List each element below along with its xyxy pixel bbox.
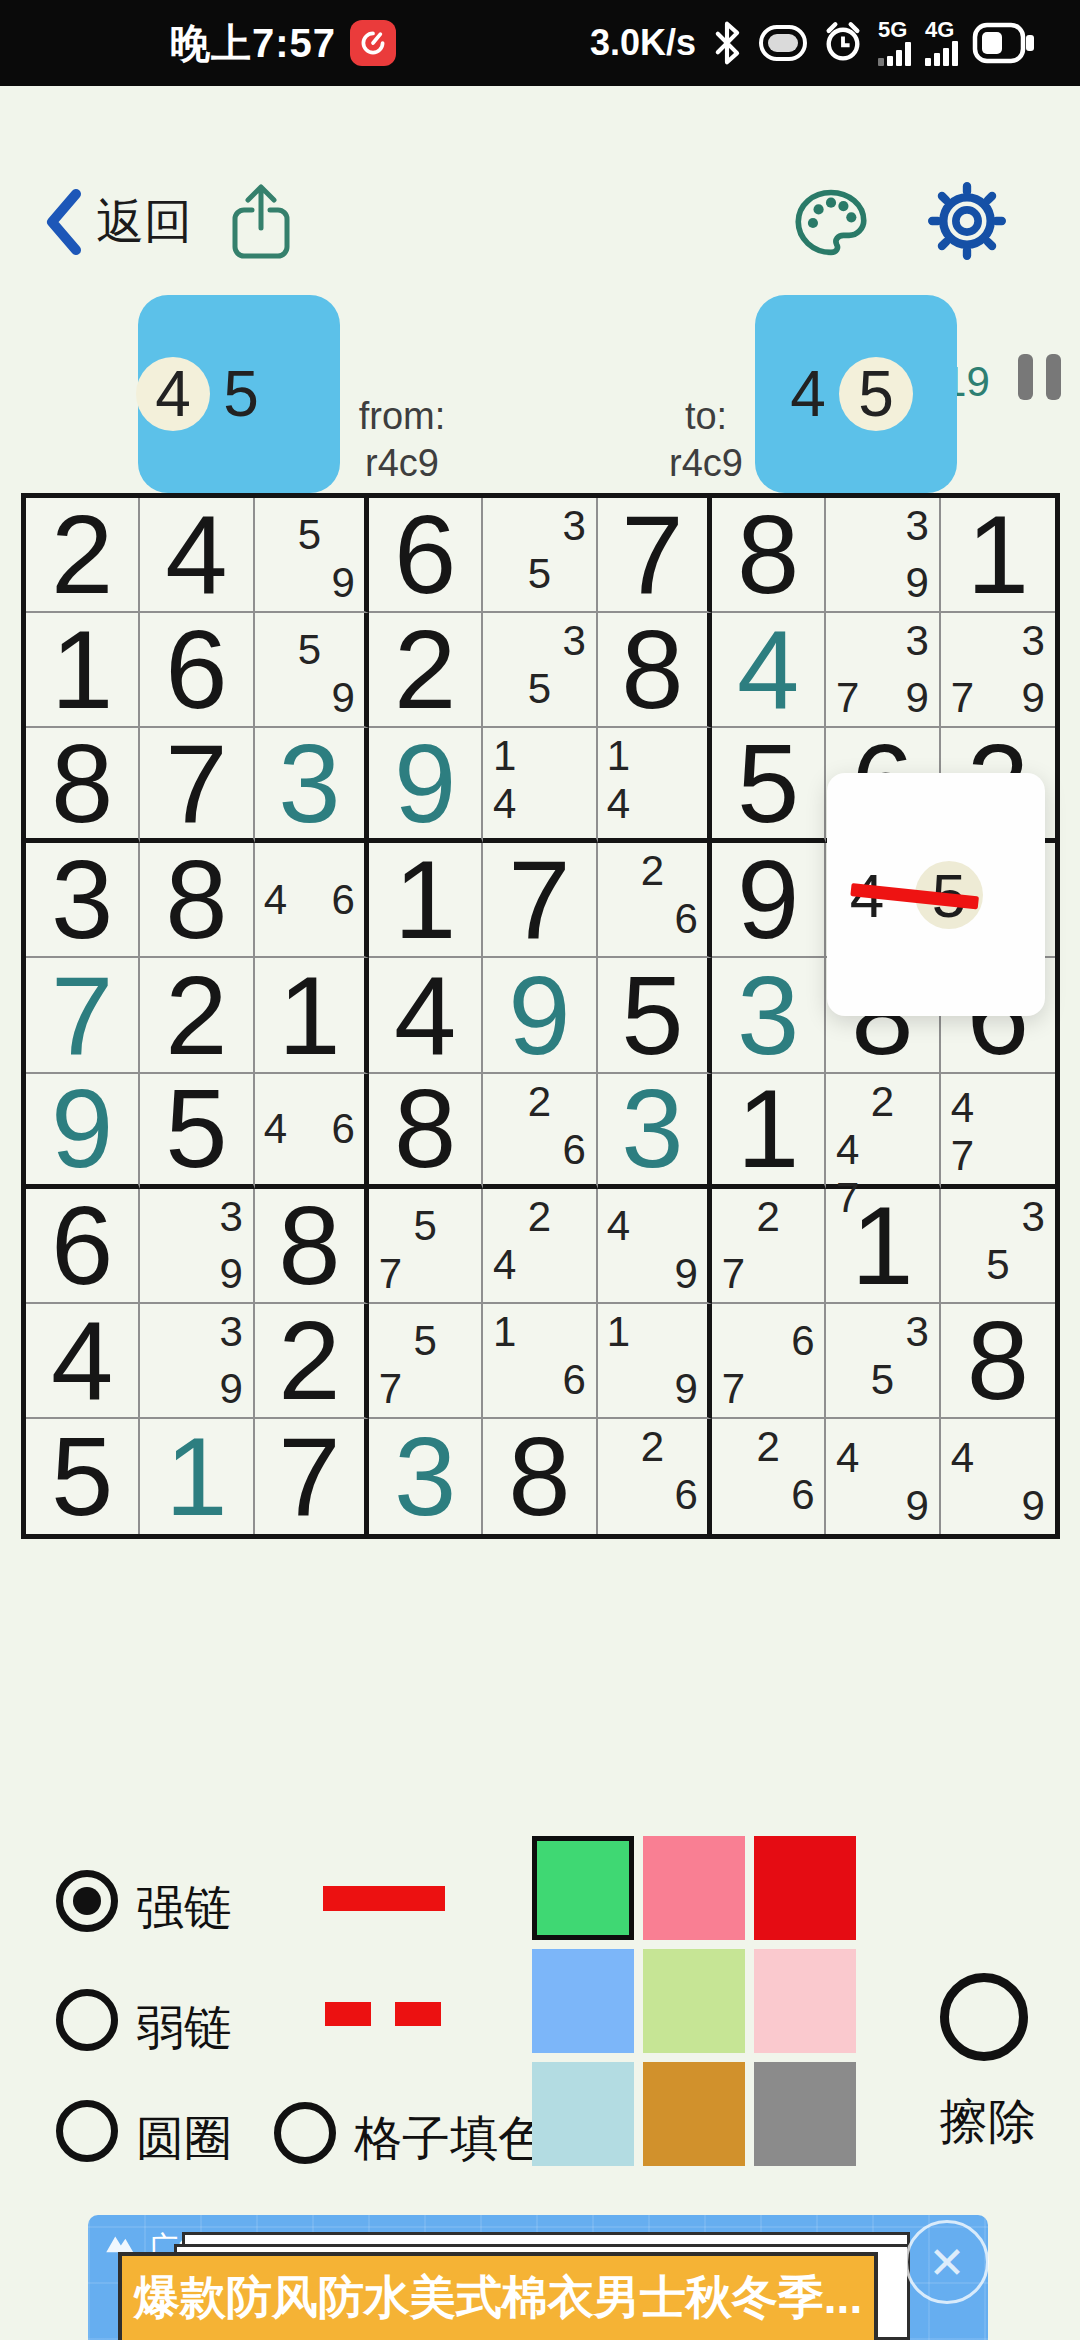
pencil-r1c8-3: 3 xyxy=(900,502,935,550)
cell-r7c3[interactable]: 8 xyxy=(255,1189,369,1304)
cell-r8c2[interactable]: 39 xyxy=(140,1304,254,1419)
pencil-marks-r9c8: 49 xyxy=(828,1421,936,1532)
cell-r7c2[interactable]: 39 xyxy=(140,1189,254,1304)
cell-r3c4[interactable]: 9 xyxy=(369,728,483,843)
pencil-marks-r7c7: 27 xyxy=(714,1191,822,1300)
pencil-r2c8-9: 9 xyxy=(900,674,935,722)
pause-bar-icon xyxy=(1018,354,1033,400)
color-swatch-4[interactable] xyxy=(532,1949,634,2053)
cell-r4c2[interactable]: 8 xyxy=(140,843,254,958)
pencil-marks-r7c6: 49 xyxy=(600,1191,705,1300)
digit-r9c1: 5 xyxy=(26,1419,138,1534)
color-swatch-5[interactable] xyxy=(643,1949,745,2053)
music-note-icon xyxy=(356,26,390,60)
digit-r3c4: 9 xyxy=(369,728,481,838)
palette-icon xyxy=(793,188,869,258)
cell-r5c6[interactable]: 5 xyxy=(598,958,712,1073)
radio-circle[interactable] xyxy=(56,2100,118,2162)
pencil-r3c6-1: 1 xyxy=(602,732,636,780)
ad-banner[interactable]: 广告 爆款防风防水美式棉衣男士秋冬季... ✕ xyxy=(88,2215,988,2340)
back-button[interactable]: 返回 xyxy=(42,188,192,256)
pencil-r2c8-7: 7 xyxy=(830,674,865,722)
cell-r9c4[interactable]: 3 xyxy=(369,1419,483,1534)
color-palette xyxy=(532,1836,856,2166)
cell-r2c6[interactable]: 8 xyxy=(598,613,712,728)
palette-button[interactable] xyxy=(793,188,869,262)
pencil-r1c5-5: 5 xyxy=(522,550,557,598)
pencil-marks-r7c2: 39 xyxy=(142,1191,250,1300)
cell-r4c5[interactable]: 7 xyxy=(483,843,597,958)
signal-5g: 5G xyxy=(878,20,911,66)
pencil-r8c5-6: 6 xyxy=(557,1356,592,1404)
cell-r8c1[interactable]: 4 xyxy=(26,1304,140,1419)
pencil-r7c5-4: 4 xyxy=(487,1241,522,1289)
pencil-r6c3-4: 4 xyxy=(259,1105,293,1153)
pencil-r2c3-9: 9 xyxy=(326,674,360,722)
gear-icon xyxy=(928,182,1006,260)
pencil-r8c8-5: 5 xyxy=(865,1356,900,1404)
digit-r1c4: 6 xyxy=(369,498,481,611)
pencil-r1c3-5: 5 xyxy=(292,511,326,559)
cell-r6c3[interactable]: 46 xyxy=(255,1074,369,1189)
pencil-r4c6-6: 6 xyxy=(669,895,703,943)
pencil-r2c3-5: 5 xyxy=(292,626,326,674)
cell-r9c3[interactable]: 7 xyxy=(255,1419,369,1534)
digit-r6c1: 9 xyxy=(26,1074,138,1184)
cell-r8c6[interactable]: 19 xyxy=(598,1304,712,1419)
cell-r4c1[interactable]: 3 xyxy=(26,843,140,958)
erase-label: 擦除 xyxy=(940,2090,1036,2154)
cell-r1c8[interactable]: 39 xyxy=(826,498,940,613)
cell-r3c1[interactable]: 8 xyxy=(26,728,140,843)
cell-r1c5[interactable]: 35 xyxy=(483,498,597,613)
pencil-marks-r7c4: 57 xyxy=(371,1191,479,1300)
pencil-r2c9-7: 7 xyxy=(945,674,980,722)
pencil-marks-r8c2: 39 xyxy=(142,1306,250,1415)
digit-r8c1: 4 xyxy=(26,1304,138,1417)
cell-r9c8[interactable]: 49 xyxy=(826,1419,940,1534)
cell-r8c7[interactable]: 67 xyxy=(712,1304,826,1419)
share-icon xyxy=(228,182,294,262)
cell-r3c5[interactable]: 14 xyxy=(483,728,597,843)
pencil-r6c9-4: 4 xyxy=(945,1084,980,1132)
pencil-r8c6-1: 1 xyxy=(602,1308,636,1356)
pencil-r3c5-4: 4 xyxy=(487,780,522,828)
pencil-r6c9-7: 7 xyxy=(945,1132,980,1180)
share-button[interactable] xyxy=(228,182,294,266)
app-screen: 晚上7:57 3.0K/s 5G xyxy=(0,0,1080,2340)
pencil-r7c4-7: 7 xyxy=(373,1250,408,1298)
digit-r3c1: 8 xyxy=(26,728,138,838)
pencil-r1c8-9: 9 xyxy=(900,559,935,607)
pencil-r8c6-9: 9 xyxy=(669,1365,703,1413)
cell-r7c7[interactable]: 27 xyxy=(712,1189,826,1304)
battery-icon xyxy=(972,20,1036,66)
color-swatch-1[interactable] xyxy=(532,1836,634,1940)
digit-r2c4: 2 xyxy=(369,613,481,726)
pencil-marks-r6c5: 26 xyxy=(485,1076,593,1182)
pencil-r2c5-3: 3 xyxy=(557,617,592,665)
pencil-r7c6-4: 4 xyxy=(602,1202,636,1250)
circle-label: 圆圈 xyxy=(136,2107,232,2171)
color-swatch-8[interactable] xyxy=(643,2062,745,2166)
digit-r6c7: 1 xyxy=(712,1074,824,1184)
pencil-r8c7-6: 6 xyxy=(786,1317,821,1365)
digit-r4c5: 7 xyxy=(483,843,595,956)
pencil-r6c8-2: 2 xyxy=(865,1078,900,1126)
digit-r8c3: 2 xyxy=(255,1304,364,1417)
from-candidate-5: 5 xyxy=(204,357,278,431)
cell-r7c1[interactable]: 6 xyxy=(26,1189,140,1304)
cell-r4c6[interactable]: 26 xyxy=(598,843,712,958)
digit-r5c5: 9 xyxy=(483,958,595,1071)
pencil-r9c6-6: 6 xyxy=(669,1471,703,1519)
digit-r3c3: 3 xyxy=(255,728,364,838)
digit-r8c9: 8 xyxy=(941,1304,1055,1417)
pencil-r9c6-2: 2 xyxy=(635,1423,669,1471)
pencil-r7c4-5: 5 xyxy=(408,1202,443,1250)
cell-r1c7[interactable]: 8 xyxy=(712,498,826,613)
pencil-marks-r6c3: 46 xyxy=(257,1076,362,1182)
cell-r9c9[interactable]: 49 xyxy=(941,1419,1055,1534)
pencil-marks-r7c5: 24 xyxy=(485,1191,593,1300)
cell-r7c5[interactable]: 24 xyxy=(483,1189,597,1304)
digit-r2c2: 6 xyxy=(140,613,252,726)
pencil-r8c4-5: 5 xyxy=(408,1317,443,1365)
pencil-r4c3-4: 4 xyxy=(259,876,293,924)
to-candidate-4: 4 xyxy=(771,357,845,431)
music-app-icon xyxy=(350,20,396,66)
cell-r8c4[interactable]: 57 xyxy=(369,1304,483,1419)
network-speed: 3.0K/s xyxy=(590,22,696,64)
digit-r9c3: 7 xyxy=(255,1419,364,1534)
cell-r3c2[interactable]: 7 xyxy=(140,728,254,843)
digit-r3c2: 7 xyxy=(140,728,252,838)
cell-r6c7[interactable]: 1 xyxy=(712,1074,826,1189)
pencil-marks-r9c9: 49 xyxy=(943,1421,1053,1532)
pencil-marks-r8c8: 35 xyxy=(828,1306,936,1415)
link-to-cell-preview[interactable]: 4 5 xyxy=(755,295,957,493)
cell-r5c2[interactable]: 2 xyxy=(140,958,254,1073)
cell-r6c8[interactable]: 247 xyxy=(826,1074,940,1189)
pencil-r9c7-6: 6 xyxy=(786,1471,821,1519)
cell-r9c6[interactable]: 26 xyxy=(598,1419,712,1534)
pause-button[interactable] xyxy=(1018,354,1064,402)
cell-r3c3[interactable]: 3 xyxy=(255,728,369,843)
cell-r9c2[interactable]: 1 xyxy=(140,1419,254,1534)
digit-r5c2: 2 xyxy=(140,958,252,1071)
pencil-r4c3-6: 6 xyxy=(326,876,360,924)
weak-link-dash-icon xyxy=(395,2002,441,2026)
pencil-r8c2-9: 9 xyxy=(214,1365,249,1413)
pencil-marks-r8c4: 57 xyxy=(371,1306,479,1415)
cell-r8c8[interactable]: 35 xyxy=(826,1304,940,1419)
cell-r2c9[interactable]: 379 xyxy=(941,613,1055,728)
pencil-r1c3-9: 9 xyxy=(326,559,360,607)
pencil-r7c7-2: 2 xyxy=(751,1193,786,1241)
color-swatch-2[interactable] xyxy=(643,1836,745,1940)
digit-r1c6: 7 xyxy=(598,498,707,611)
cell-r3c7[interactable]: 5 xyxy=(712,728,826,843)
cell-r7c4[interactable]: 57 xyxy=(369,1189,483,1304)
cell-r9c1[interactable]: 5 xyxy=(26,1419,140,1534)
sudoku-board: 2459635783911659235843793798739141456238… xyxy=(21,493,1060,1539)
weak-link-dash-icon xyxy=(325,2002,371,2026)
cell-r6c4[interactable]: 8 xyxy=(369,1074,483,1189)
settings-button[interactable] xyxy=(928,182,1006,264)
digit-r7c8: 1 xyxy=(826,1189,938,1302)
cell-zoom-overlay: 4 5 xyxy=(827,773,1045,1016)
from-candidate-4: 4 xyxy=(136,357,210,431)
pencil-marks-r7c9: 35 xyxy=(943,1191,1053,1300)
strong-link-line-sample xyxy=(323,1886,445,1911)
cell-r1c2[interactable]: 4 xyxy=(140,498,254,613)
radio-strong-link[interactable] xyxy=(56,1870,118,1932)
digit-r9c4: 3 xyxy=(369,1419,481,1534)
erase-button[interactable] xyxy=(940,1973,1028,2061)
from-label: from: xyxy=(322,395,482,438)
pencil-r7c7-7: 7 xyxy=(716,1250,751,1298)
digit-r2c1: 1 xyxy=(26,613,138,726)
digit-r7c3: 8 xyxy=(255,1189,364,1302)
pencil-r3c5-1: 1 xyxy=(487,732,522,780)
color-swatch-3[interactable] xyxy=(754,1836,856,1940)
digit-r9c5: 8 xyxy=(483,1419,595,1534)
pencil-r8c2-3: 3 xyxy=(214,1308,249,1356)
digit-r2c7: 4 xyxy=(712,613,824,726)
digit-r6c2: 5 xyxy=(140,1074,252,1184)
pencil-r7c9-3: 3 xyxy=(1016,1193,1051,1241)
digit-r2c6: 8 xyxy=(598,613,707,726)
cell-r2c7[interactable]: 4 xyxy=(712,613,826,728)
pencil-r8c5-1: 1 xyxy=(487,1308,522,1356)
cell-r1c1[interactable]: 2 xyxy=(26,498,140,613)
pencil-r9c8-4: 4 xyxy=(830,1434,865,1482)
digit-r5c1: 7 xyxy=(26,958,138,1071)
pencil-r6c8-4: 4 xyxy=(830,1126,865,1174)
cell-r5c1[interactable]: 7 xyxy=(26,958,140,1073)
pencil-marks-r6c8: 247 xyxy=(828,1076,936,1182)
pencil-marks-r2c9: 379 xyxy=(943,615,1053,724)
signal-4g: 4G xyxy=(925,20,958,66)
status-bar: 晚上7:57 3.0K/s 5G xyxy=(0,0,1080,86)
digit-r5c3: 1 xyxy=(255,958,364,1071)
pencil-r6c3-6: 6 xyxy=(326,1105,360,1153)
back-chevron-icon xyxy=(42,188,84,256)
cell-r6c1[interactable]: 9 xyxy=(26,1074,140,1189)
cell-r5c4[interactable]: 4 xyxy=(369,958,483,1073)
pencil-marks-r8c6: 19 xyxy=(600,1306,705,1415)
pencil-r2c9-3: 3 xyxy=(1016,617,1051,665)
pencil-marks-r1c5: 35 xyxy=(485,500,593,609)
cell-r2c1[interactable]: 1 xyxy=(26,613,140,728)
pencil-marks-r8c7: 67 xyxy=(714,1306,822,1415)
digit-r6c6: 3 xyxy=(598,1074,707,1184)
bluetooth-icon xyxy=(710,20,744,66)
pencil-marks-r2c8: 379 xyxy=(828,615,936,724)
pencil-r7c9-5: 5 xyxy=(980,1241,1015,1289)
pencil-r9c9-9: 9 xyxy=(1016,1482,1051,1530)
pencil-r2c8-3: 3 xyxy=(900,617,935,665)
digit-r3c7: 5 xyxy=(712,728,824,838)
pencil-marks-r3c5: 14 xyxy=(485,730,593,836)
digit-r7c1: 6 xyxy=(26,1189,138,1302)
pencil-r9c8-9: 9 xyxy=(900,1482,935,1530)
ad-close-button[interactable]: ✕ xyxy=(905,2220,989,2304)
weak-link-label: 弱链 xyxy=(136,1996,232,2060)
cell-r2c5[interactable]: 35 xyxy=(483,613,597,728)
ad-headline: 爆款防风防水美式棉衣男士秋冬季... xyxy=(134,2267,862,2329)
link-from-cell-preview[interactable]: 4 5 xyxy=(138,295,340,493)
cell-r6c9[interactable]: 47 xyxy=(941,1074,1055,1189)
color-swatch-6[interactable] xyxy=(754,1949,856,2053)
pencil-marks-r9c6: 26 xyxy=(600,1421,705,1532)
digit-r1c1: 2 xyxy=(26,498,138,611)
radio-cell-fill[interactable] xyxy=(274,2102,336,2164)
cell-r8c9[interactable]: 8 xyxy=(941,1304,1055,1419)
cell-r3c6[interactable]: 14 xyxy=(598,728,712,843)
cell-r1c6[interactable]: 7 xyxy=(598,498,712,613)
digit-r6c4: 8 xyxy=(369,1074,481,1184)
pencil-r7c2-9: 9 xyxy=(214,1250,249,1298)
digit-r5c4: 4 xyxy=(369,958,481,1071)
cell-r7c8[interactable]: 1 xyxy=(826,1189,940,1304)
pencil-marks-r1c8: 39 xyxy=(828,500,936,609)
cell-r4c7[interactable]: 9 xyxy=(712,843,826,958)
digit-r1c9: 1 xyxy=(941,498,1055,611)
pencil-r7c5-2: 2 xyxy=(522,1193,557,1241)
pencil-marks-r3c6: 14 xyxy=(600,730,705,836)
pencil-marks-r2c3: 59 xyxy=(257,615,362,724)
cell-r9c5[interactable]: 8 xyxy=(483,1419,597,1534)
cell-r4c4[interactable]: 1 xyxy=(369,843,483,958)
cell-r6c6[interactable]: 3 xyxy=(598,1074,712,1189)
pause-bar-icon xyxy=(1046,354,1061,400)
cell-r8c3[interactable]: 2 xyxy=(255,1304,369,1419)
cell-r1c3[interactable]: 59 xyxy=(255,498,369,613)
digit-r4c1: 3 xyxy=(26,843,138,956)
pencil-r4c6-2: 2 xyxy=(635,847,669,895)
pencil-r2c5-5: 5 xyxy=(522,665,557,713)
pencil-r8c7-7: 7 xyxy=(716,1365,751,1413)
pencil-marks-r2c5: 35 xyxy=(485,615,593,724)
cell-r1c4[interactable]: 6 xyxy=(369,498,483,613)
pencil-r2c9-9: 9 xyxy=(1016,674,1051,722)
pencil-marks-r8c5: 16 xyxy=(485,1306,593,1415)
pencil-r8c4-7: 7 xyxy=(373,1365,408,1413)
cell-r7c9[interactable]: 35 xyxy=(941,1189,1055,1304)
cell-r2c4[interactable]: 2 xyxy=(369,613,483,728)
pencil-marks-r4c3: 46 xyxy=(257,845,362,954)
to-candidate-5: 5 xyxy=(839,357,913,431)
cell-r6c5[interactable]: 26 xyxy=(483,1074,597,1189)
digit-r9c2: 1 xyxy=(140,1419,252,1534)
cell-r7c6[interactable]: 49 xyxy=(598,1189,712,1304)
pencil-r1c5-3: 3 xyxy=(557,502,592,550)
pencil-r7c2-3: 3 xyxy=(214,1193,249,1241)
cell-r2c2[interactable]: 6 xyxy=(140,613,254,728)
pill-mode-icon xyxy=(758,24,808,62)
cell-fill-label: 格子填色 xyxy=(354,2107,546,2171)
nav-bar: 返回 xyxy=(0,160,1080,290)
pencil-r6c5-2: 2 xyxy=(522,1078,557,1126)
clock-time: 晚上7:57 xyxy=(170,16,336,71)
strong-link-label: 强链 xyxy=(136,1876,232,1940)
digit-r4c2: 8 xyxy=(140,843,252,956)
cell-r9c7[interactable]: 26 xyxy=(712,1419,826,1534)
alarm-icon xyxy=(822,21,864,65)
cell-r5c7[interactable]: 3 xyxy=(712,958,826,1073)
from-cell-ref: r4c9 xyxy=(322,442,482,485)
digit-r4c4: 1 xyxy=(369,843,481,956)
pencil-marks-r1c3: 59 xyxy=(257,500,362,609)
color-swatch-7[interactable] xyxy=(532,2062,634,2166)
cell-r2c3[interactable]: 59 xyxy=(255,613,369,728)
pencil-marks-r9c7: 26 xyxy=(714,1421,822,1532)
cell-r4c3[interactable]: 46 xyxy=(255,843,369,958)
radio-weak-link[interactable] xyxy=(56,1989,118,2051)
digit-r1c7: 8 xyxy=(712,498,824,611)
pencil-r6c5-6: 6 xyxy=(557,1126,592,1174)
cell-r8c5[interactable]: 16 xyxy=(483,1304,597,1419)
cell-r1c9[interactable]: 1 xyxy=(941,498,1055,613)
pencil-r8c8-3: 3 xyxy=(900,1308,935,1356)
digit-r1c2: 4 xyxy=(140,498,252,611)
pencil-r3c6-4: 4 xyxy=(602,780,636,828)
pencil-marks-r6c9: 47 xyxy=(943,1076,1053,1182)
digit-r5c7: 3 xyxy=(712,958,824,1071)
digit-r4c7: 9 xyxy=(712,843,824,956)
cell-r2c8[interactable]: 379 xyxy=(826,613,940,728)
ad-card[interactable]: 爆款防风防水美式棉衣男士秋冬季... xyxy=(118,2252,878,2340)
pencil-r9c9-4: 4 xyxy=(945,1434,980,1482)
cell-r5c3[interactable]: 1 xyxy=(255,958,369,1073)
cell-r5c5[interactable]: 9 xyxy=(483,958,597,1073)
pencil-r7c6-9: 9 xyxy=(669,1250,703,1298)
pencil-r9c7-2: 2 xyxy=(751,1423,786,1471)
pencil-marks-r4c6: 26 xyxy=(600,845,705,954)
cell-r6c2[interactable]: 5 xyxy=(140,1074,254,1189)
color-swatch-9[interactable] xyxy=(754,2062,856,2166)
digit-r5c6: 5 xyxy=(598,958,707,1071)
back-label: 返回 xyxy=(96,190,192,254)
